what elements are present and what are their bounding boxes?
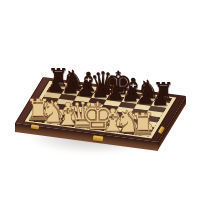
white-pawn-d2: ♟ bbox=[75, 103, 97, 125]
white-bishop-c1: ♝ bbox=[52, 99, 83, 130]
white-pawn-c2: ♟ bbox=[60, 101, 82, 123]
white-knight-b1: ♞ bbox=[38, 97, 68, 127]
white-king-e1: ♚ bbox=[79, 98, 116, 135]
black-pawn-e7: ♟ bbox=[105, 83, 125, 103]
black-pawn-d7: ♟ bbox=[90, 81, 110, 101]
white-pawn-f2: ♟ bbox=[105, 107, 127, 129]
white-pawn-b2: ♟ bbox=[45, 99, 67, 121]
black-queen-d8: ♛ bbox=[88, 68, 118, 98]
black-pawn-h7: ♟ bbox=[150, 89, 170, 109]
black-rook-a8: ♜ bbox=[46, 66, 71, 91]
black-knight-b8: ♞ bbox=[61, 67, 87, 93]
pieces-layer: ♜♞♝♛♚♝♞♜♟♟♟♟♟♟♟♟♟♟♟♟♟♟♟♟♜♞♝♛♚♝♞♜ bbox=[0, 0, 200, 200]
black-pawn-a7: ♟ bbox=[46, 75, 66, 95]
white-bishop-f1: ♝ bbox=[97, 105, 128, 136]
black-pawn-b7: ♟ bbox=[61, 77, 81, 97]
white-rook-h1: ♜ bbox=[128, 110, 157, 139]
white-rook-a1: ♜ bbox=[23, 96, 52, 125]
white-pawn-a2: ♟ bbox=[30, 97, 52, 119]
black-pawn-g7: ♟ bbox=[135, 87, 155, 107]
white-pawn-e2: ♟ bbox=[90, 105, 112, 127]
black-pawn-f7: ♟ bbox=[120, 85, 140, 105]
black-king-e8: ♚ bbox=[102, 68, 134, 100]
white-knight-g1: ♞ bbox=[113, 107, 143, 137]
black-bishop-c8: ♝ bbox=[75, 69, 101, 95]
black-bishop-f8: ♝ bbox=[120, 75, 146, 101]
white-pawn-g2: ♟ bbox=[120, 109, 142, 131]
chess-set-photo: ♜♞♝♛♚♝♞♜♟♟♟♟♟♟♟♟♟♟♟♟♟♟♟♟♜♞♝♛♚♝♞♜ bbox=[0, 0, 200, 200]
white-queen-d1: ♛ bbox=[65, 97, 100, 132]
black-rook-h8: ♜ bbox=[151, 80, 176, 105]
black-pawn-c7: ♟ bbox=[76, 79, 96, 99]
white-pawn-h2: ♟ bbox=[135, 111, 157, 133]
black-knight-g8: ♞ bbox=[136, 77, 162, 103]
